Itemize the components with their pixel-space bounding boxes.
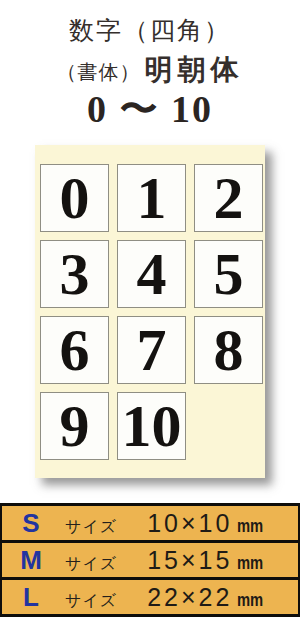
- number-tile-9: 9: [40, 392, 109, 460]
- size-label: サイズ: [65, 587, 117, 614]
- size-unit-mm: mm: [237, 512, 263, 540]
- size-label: サイズ: [65, 550, 117, 577]
- number-tile-3: 3: [40, 240, 109, 308]
- size-row-l: L サイズ 22×22 mm: [2, 580, 298, 614]
- size-dims-l: 22×22: [147, 583, 232, 611]
- number-tile-10: 10: [117, 392, 186, 460]
- size-label: サイズ: [65, 513, 117, 540]
- size-unit-mm: mm: [237, 586, 263, 614]
- page: 数字（四角） （書体）明朝体 0 〜 10 0 1 2 3 4 5 6 7 8 …: [0, 0, 300, 620]
- number-tile-7: 7: [117, 316, 186, 384]
- number-tile-4: 4: [117, 240, 186, 308]
- size-letter-s: S: [14, 509, 48, 537]
- number-tile-6: 6: [40, 316, 109, 384]
- number-range: 0 〜 10: [0, 91, 300, 127]
- size-row-s: S サイズ 10×10 mm: [2, 506, 298, 540]
- typeface-label: （書体）: [57, 61, 141, 83]
- number-tile-5: 5: [194, 240, 263, 308]
- header: 数字（四角） （書体）明朝体 0 〜 10: [0, 0, 300, 127]
- number-tile-0: 0: [40, 164, 109, 232]
- size-row-m: M サイズ 15×15 mm: [2, 543, 298, 577]
- size-table: S サイズ 10×10 mm M サイズ 15×15 mm L サイズ 22×2…: [0, 503, 300, 617]
- page-title: 数字（四角）: [0, 13, 300, 47]
- size-dims-m: 15×15: [147, 546, 232, 574]
- typeface-name: 明朝体: [145, 54, 244, 85]
- size-letter-m: M: [14, 546, 48, 574]
- size-dims-s: 10×10: [147, 509, 232, 537]
- number-tile-2: 2: [194, 164, 263, 232]
- number-tile-1: 1: [117, 164, 186, 232]
- tile-panel: 0 1 2 3 4 5 6 7 8 9 10: [35, 145, 265, 478]
- tile-grid: 0 1 2 3 4 5 6 7 8 9 10: [35, 145, 265, 478]
- size-letter-l: L: [14, 583, 48, 611]
- number-tile-8: 8: [194, 316, 263, 384]
- size-unit-mm: mm: [237, 549, 263, 577]
- typeface-subtitle: （書体）明朝体: [0, 53, 300, 91]
